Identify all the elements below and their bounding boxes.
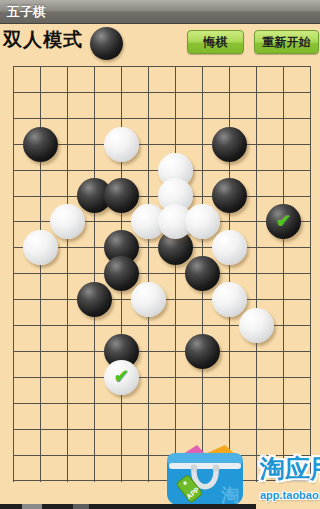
taobao-bag-icon[interactable]: 淘 APP bbox=[161, 441, 259, 507]
banner-chip bbox=[73, 504, 89, 509]
stone-black: ✔ bbox=[266, 204, 301, 239]
last-move-check-icon: ✔ bbox=[114, 367, 129, 385]
restart-button[interactable]: 重新开始 bbox=[254, 30, 319, 54]
stone-layer: ✔✔ bbox=[0, 54, 320, 494]
last-move-check-icon: ✔ bbox=[276, 212, 291, 230]
handle-ring-right bbox=[213, 465, 220, 472]
stone-white bbox=[239, 308, 274, 343]
stone-black bbox=[212, 127, 247, 162]
stone-black bbox=[23, 127, 58, 162]
stone-white bbox=[23, 230, 58, 265]
app-title: 五子棋 bbox=[0, 3, 46, 21]
ad-url-text[interactable]: app.taobao.com bbox=[260, 489, 320, 501]
stone-white bbox=[104, 127, 139, 162]
banner-chip bbox=[22, 504, 42, 509]
stone-black bbox=[185, 256, 220, 291]
stone-white bbox=[212, 230, 247, 265]
stone-white: ✔ bbox=[104, 360, 139, 395]
stone-black bbox=[212, 178, 247, 213]
ad-brand-text[interactable]: 淘应用 bbox=[260, 452, 320, 485]
taobao-ad[interactable]: 淘应用 app.taobao.com bbox=[260, 452, 320, 501]
stone-white bbox=[212, 282, 247, 317]
mode-label: 双人模式 bbox=[3, 27, 83, 53]
stone-white bbox=[131, 282, 166, 317]
stone-black bbox=[185, 334, 220, 369]
bag-tao-char: 淘 bbox=[221, 485, 239, 505]
app-screen: 五子棋 双人模式 悔棋 重新开始 ✔✔ 淘 APP 淘应用 app.taobao… bbox=[0, 0, 320, 509]
stone-black bbox=[104, 178, 139, 213]
stone-black bbox=[77, 282, 112, 317]
bottom-banner-strip bbox=[0, 504, 256, 509]
title-bar: 五子棋 bbox=[0, 0, 320, 24]
bag-band bbox=[169, 463, 241, 469]
stone-black bbox=[104, 256, 139, 291]
stone-white bbox=[185, 204, 220, 239]
stone-white bbox=[50, 204, 85, 239]
handle-ring-left bbox=[191, 465, 198, 472]
undo-button[interactable]: 悔棋 bbox=[187, 30, 244, 54]
